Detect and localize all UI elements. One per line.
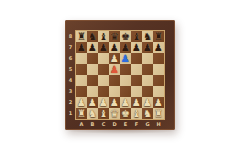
black-king: ♚ [120, 31, 131, 42]
square-c7[interactable]: ♟ [98, 42, 109, 53]
square-d5[interactable]: ♟ [109, 64, 120, 75]
file-label-e: E [120, 119, 131, 130]
red-pawn: ♟ [109, 64, 120, 75]
square-a5[interactable] [76, 64, 87, 75]
black-knight: ♞ [87, 31, 98, 42]
square-g8[interactable]: ♞ [142, 31, 153, 42]
square-b4[interactable] [87, 75, 98, 86]
black-pawn: ♟ [76, 42, 87, 53]
square-b3[interactable] [87, 86, 98, 97]
square-f8[interactable]: ♝ [131, 31, 142, 42]
square-a8[interactable]: ♜ [76, 31, 87, 42]
square-f2[interactable]: ♟ [131, 97, 142, 108]
rank-label-6: 6 [65, 53, 76, 64]
square-g1[interactable]: ♞ [142, 108, 153, 119]
square-e1[interactable]: ♚ [120, 108, 131, 119]
square-d3[interactable] [109, 86, 120, 97]
square-f4[interactable] [131, 75, 142, 86]
white-pawn: ♟ [142, 97, 153, 108]
square-f5[interactable] [131, 64, 142, 75]
rank-label-4: 4 [65, 75, 76, 86]
square-a2[interactable]: ♟ [76, 97, 87, 108]
chess-board: ♜♞♝♛♚♝♞♜♟♟♟♟♟♟♟♟♟♟♟♟♟♟♟♟♟♟♟♜♞♝♛♚♝♞♜ ABCD… [65, 20, 175, 130]
square-b2[interactable]: ♟ [87, 97, 98, 108]
black-knight: ♞ [142, 31, 153, 42]
white-queen: ♛ [109, 108, 120, 119]
square-a7[interactable]: ♟ [76, 42, 87, 53]
black-pawn: ♟ [98, 42, 109, 53]
square-c8[interactable]: ♝ [98, 31, 109, 42]
square-c3[interactable] [98, 86, 109, 97]
square-d4[interactable] [109, 75, 120, 86]
square-b7[interactable]: ♟ [87, 42, 98, 53]
square-h2[interactable]: ♟ [153, 97, 164, 108]
black-rook: ♜ [76, 31, 87, 42]
rank-label-2: 2 [65, 97, 76, 108]
white-pawn: ♟ [109, 53, 120, 64]
square-f6[interactable] [131, 53, 142, 64]
square-c5[interactable] [98, 64, 109, 75]
square-g2[interactable]: ♟ [142, 97, 153, 108]
rank-label-7: 7 [65, 42, 76, 53]
rank-label-8: 8 [65, 31, 76, 42]
square-e3[interactable] [120, 86, 131, 97]
square-g3[interactable] [142, 86, 153, 97]
white-pawn: ♟ [109, 97, 120, 108]
square-a4[interactable] [76, 75, 87, 86]
square-h4[interactable] [153, 75, 164, 86]
black-pawn: ♟ [120, 42, 131, 53]
square-d7[interactable]: ♟ [109, 42, 120, 53]
square-g5[interactable] [142, 64, 153, 75]
file-label-b: B [87, 119, 98, 130]
file-label-f: F [131, 119, 142, 130]
black-pawn: ♟ [131, 42, 142, 53]
rank-label-5: 5 [65, 64, 76, 75]
black-pawn: ♟ [153, 42, 164, 53]
white-pawn: ♟ [120, 97, 131, 108]
white-pawn: ♟ [153, 97, 164, 108]
black-rook: ♜ [153, 31, 164, 42]
square-d8[interactable]: ♛ [109, 31, 120, 42]
white-bishop: ♝ [98, 108, 109, 119]
square-g6[interactable] [142, 53, 153, 64]
square-f7[interactable]: ♟ [131, 42, 142, 53]
square-e8[interactable]: ♚ [120, 31, 131, 42]
square-b1[interactable]: ♞ [87, 108, 98, 119]
square-a6[interactable] [76, 53, 87, 64]
square-b5[interactable] [87, 64, 98, 75]
white-pawn: ♟ [76, 97, 87, 108]
blue-pawn: ♟ [120, 53, 131, 64]
square-c1[interactable]: ♝ [98, 108, 109, 119]
white-pawn: ♟ [98, 97, 109, 108]
square-h8[interactable]: ♜ [153, 31, 164, 42]
white-rook: ♜ [153, 108, 164, 119]
file-label-a: A [76, 119, 87, 130]
square-g4[interactable] [142, 75, 153, 86]
square-e7[interactable]: ♟ [120, 42, 131, 53]
square-e6[interactable]: ♟ [120, 53, 131, 64]
white-knight: ♞ [87, 108, 98, 119]
square-a1[interactable]: ♜ [76, 108, 87, 119]
product-photo: ♜♞♝♛♚♝♞♜♟♟♟♟♟♟♟♟♟♟♟♟♟♟♟♟♟♟♟♜♞♝♛♚♝♞♜ ABCD… [0, 0, 240, 150]
square-e5[interactable] [120, 64, 131, 75]
square-f1[interactable]: ♝ [131, 108, 142, 119]
black-queen: ♛ [109, 31, 120, 42]
white-king: ♚ [120, 108, 131, 119]
file-label-c: C [98, 119, 109, 130]
square-d6[interactable]: ♟ [109, 53, 120, 64]
square-c4[interactable] [98, 75, 109, 86]
square-f3[interactable] [131, 86, 142, 97]
square-b8[interactable]: ♞ [87, 31, 98, 42]
black-pawn: ♟ [109, 42, 120, 53]
file-label-g: G [142, 119, 153, 130]
square-h5[interactable] [153, 64, 164, 75]
square-a3[interactable] [76, 86, 87, 97]
square-h3[interactable] [153, 86, 164, 97]
square-e2[interactable]: ♟ [120, 97, 131, 108]
file-label-d: D [109, 119, 120, 130]
file-label-h: H [153, 119, 164, 130]
square-h7[interactable]: ♟ [153, 42, 164, 53]
square-b6[interactable] [87, 53, 98, 64]
square-h6[interactable] [153, 53, 164, 64]
square-d2[interactable]: ♟ [109, 97, 120, 108]
square-e4[interactable] [120, 75, 131, 86]
black-bishop: ♝ [98, 31, 109, 42]
white-pawn: ♟ [131, 97, 142, 108]
black-bishop: ♝ [131, 31, 142, 42]
black-pawn: ♟ [87, 42, 98, 53]
square-c2[interactable]: ♟ [98, 97, 109, 108]
square-d1[interactable]: ♛ [109, 108, 120, 119]
board-grid: ♜♞♝♛♚♝♞♜♟♟♟♟♟♟♟♟♟♟♟♟♟♟♟♟♟♟♟♜♞♝♛♚♝♞♜ [76, 31, 164, 119]
white-knight: ♞ [142, 108, 153, 119]
rank-label-3: 3 [65, 86, 76, 97]
square-h1[interactable]: ♜ [153, 108, 164, 119]
white-rook: ♜ [76, 108, 87, 119]
square-g7[interactable]: ♟ [142, 42, 153, 53]
square-c6[interactable] [98, 53, 109, 64]
black-pawn: ♟ [142, 42, 153, 53]
white-pawn: ♟ [87, 97, 98, 108]
rank-label-1: 1 [65, 108, 76, 119]
white-bishop: ♝ [131, 108, 142, 119]
